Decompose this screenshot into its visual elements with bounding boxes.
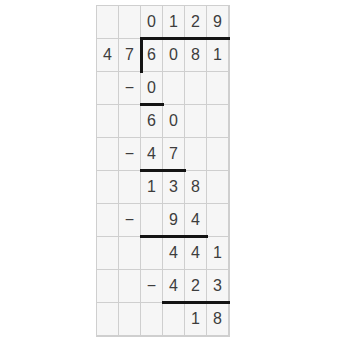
cell-r5c1	[119, 171, 141, 204]
cell-r9c1	[119, 303, 141, 336]
cell-r9c3	[163, 303, 185, 336]
cell-r7c4: 4	[185, 237, 207, 270]
cell-r8c0	[97, 270, 119, 303]
cell-r9c4: 1	[185, 303, 207, 336]
cell-r8c4: 2	[185, 270, 207, 303]
cell-r1c0: 4	[97, 39, 119, 72]
underline-after-subtract-0	[140, 103, 164, 106]
board: 0129476081−060−47138−94441−42318	[96, 5, 230, 337]
cell-r0c0	[97, 6, 119, 39]
cell-r0c4: 2	[185, 6, 207, 39]
cell-r1c5: 1	[207, 39, 229, 72]
cell-r2c1: −	[119, 72, 141, 105]
cell-r7c0	[97, 237, 119, 270]
cell-r2c5	[207, 72, 229, 105]
cell-r6c2	[141, 204, 163, 237]
cell-r2c4	[185, 72, 207, 105]
cell-r3c5	[207, 105, 229, 138]
cell-r5c0	[97, 171, 119, 204]
cell-r6c3: 9	[163, 204, 185, 237]
cell-r1c3: 0	[163, 39, 185, 72]
cell-r1c1: 7	[119, 39, 141, 72]
cell-r7c5: 1	[207, 237, 229, 270]
cell-r9c2	[141, 303, 163, 336]
cell-r6c4: 4	[185, 204, 207, 237]
cell-r7c2	[141, 237, 163, 270]
cell-r5c4: 8	[185, 171, 207, 204]
underline-after-subtract-47	[140, 169, 186, 172]
cell-r3c0	[97, 105, 119, 138]
cell-r4c2: 4	[141, 138, 163, 171]
cell-r8c5: 3	[207, 270, 229, 303]
cell-r0c5: 9	[207, 6, 229, 39]
cell-r5c2: 1	[141, 171, 163, 204]
underline-after-subtract-423	[162, 301, 230, 304]
cell-r9c0	[97, 303, 119, 336]
cell-r8c3: 4	[163, 270, 185, 303]
cell-r4c0	[97, 138, 119, 171]
division-bar	[140, 37, 230, 40]
cell-r2c3	[163, 72, 185, 105]
underline-after-subtract-94	[140, 235, 208, 238]
cell-r2c2: 0	[141, 72, 163, 105]
cell-r6c1: −	[119, 204, 141, 237]
cell-r6c5	[207, 204, 229, 237]
cell-r0c3: 1	[163, 6, 185, 39]
cell-r3c1	[119, 105, 141, 138]
long-division-screen: 0129476081−060−47138−94441−42318	[0, 0, 347, 347]
cell-r4c4	[185, 138, 207, 171]
cell-r1c2: 6	[141, 39, 163, 72]
cell-r1c4: 8	[185, 39, 207, 72]
cell-r0c2: 0	[141, 6, 163, 39]
cell-r4c5	[207, 138, 229, 171]
cell-r4c1: −	[119, 138, 141, 171]
division-bracket	[140, 37, 143, 73]
cell-r8c2: −	[141, 270, 163, 303]
cell-r7c1	[119, 237, 141, 270]
cell-r9c5: 8	[207, 303, 229, 336]
cell-r4c3: 7	[163, 138, 185, 171]
cell-r3c4	[185, 105, 207, 138]
cell-r6c0	[97, 204, 119, 237]
cell-r2c0	[97, 72, 119, 105]
cell-r8c1	[119, 270, 141, 303]
cell-r5c5	[207, 171, 229, 204]
cell-r3c3: 0	[163, 105, 185, 138]
cell-r0c1	[119, 6, 141, 39]
cell-r5c3: 3	[163, 171, 185, 204]
cell-r3c2: 6	[141, 105, 163, 138]
cell-r7c3: 4	[163, 237, 185, 270]
